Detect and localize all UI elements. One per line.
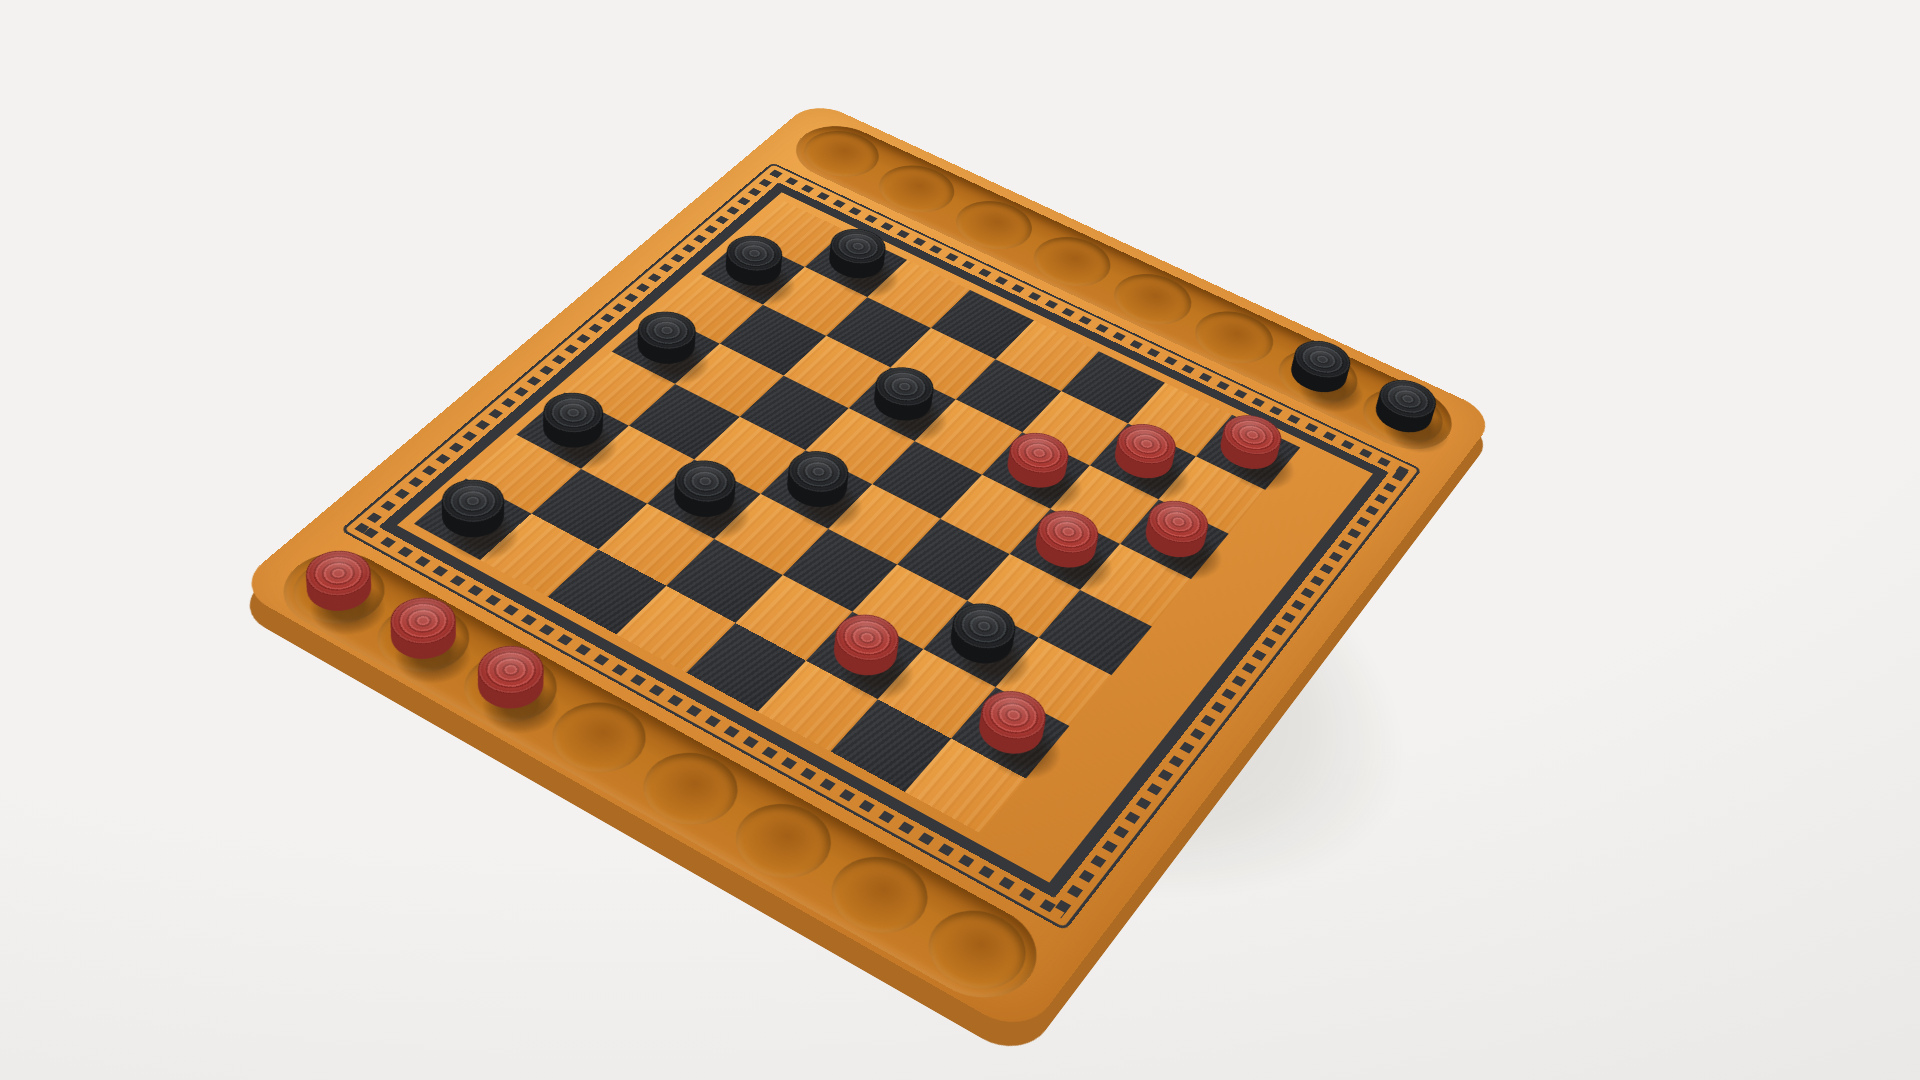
black-checker[interactable] bbox=[1281, 350, 1355, 402]
red-checker[interactable] bbox=[821, 623, 908, 688]
black-checker[interactable] bbox=[531, 402, 614, 458]
black-checker[interactable] bbox=[1366, 389, 1441, 443]
board-square-h8-dark[interactable] bbox=[1196, 415, 1300, 490]
black-checker[interactable] bbox=[775, 460, 857, 518]
red-checker[interactable] bbox=[996, 442, 1076, 499]
black-checker[interactable] bbox=[429, 489, 516, 549]
scene bbox=[0, 0, 1920, 1080]
red-checker[interactable] bbox=[1104, 433, 1182, 489]
board-square-g5-dark[interactable] bbox=[1010, 509, 1121, 590]
red-checker[interactable] bbox=[1210, 424, 1287, 479]
red-checker[interactable] bbox=[378, 606, 469, 671]
red-checker[interactable] bbox=[294, 560, 384, 623]
black-checker[interactable] bbox=[715, 246, 792, 296]
board-square-d4-dark[interactable] bbox=[761, 450, 873, 529]
board-square-h6-dark[interactable] bbox=[1120, 499, 1229, 579]
red-checker[interactable] bbox=[465, 654, 556, 721]
black-checker[interactable] bbox=[662, 470, 746, 529]
top-tray-pocket-1 bbox=[790, 122, 893, 186]
top-tray-pocket-2 bbox=[865, 156, 968, 222]
